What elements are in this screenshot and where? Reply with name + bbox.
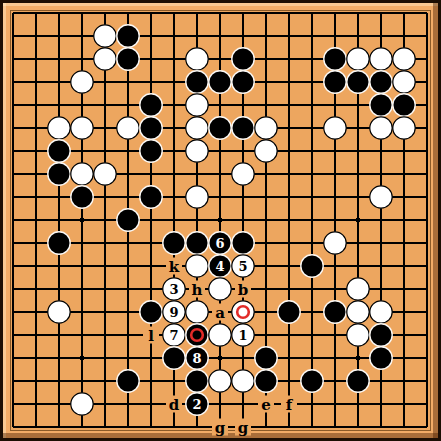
black-stone <box>232 117 254 139</box>
black-stone <box>48 140 70 162</box>
black-stone <box>370 347 392 369</box>
white-stone <box>347 301 369 323</box>
white-stone <box>71 393 93 415</box>
letter-label: g <box>215 419 226 437</box>
move-number: 7 <box>169 328 178 343</box>
black-stone <box>163 232 185 254</box>
black-stone <box>393 94 415 116</box>
move-number: 3 <box>169 282 178 297</box>
white-stone <box>232 163 254 185</box>
black-stone <box>140 140 162 162</box>
white-stone <box>232 370 254 392</box>
letter-label: e <box>261 396 271 414</box>
black-stone <box>186 324 208 346</box>
black-stone <box>140 301 162 323</box>
white-stone <box>209 324 231 346</box>
black-stone <box>232 48 254 70</box>
black-stone <box>48 163 70 185</box>
white-stone <box>186 301 208 323</box>
black-stone <box>117 25 139 47</box>
white-stone <box>186 140 208 162</box>
black-stone <box>232 232 254 254</box>
white-stone <box>186 94 208 116</box>
black-stone <box>370 94 392 116</box>
frame-bevel-right <box>433 3 438 438</box>
letter-label: b <box>238 281 249 299</box>
white-stone <box>71 71 93 93</box>
white-stone <box>48 301 70 323</box>
white-stone <box>347 278 369 300</box>
white-stone <box>347 324 369 346</box>
star-point <box>356 356 360 360</box>
white-stone <box>324 117 346 139</box>
letter-label: g <box>238 419 249 437</box>
letter-label: d <box>169 396 180 414</box>
white-stone <box>71 163 93 185</box>
go-board: 123456789abdefgghkl <box>0 0 441 441</box>
white-stone <box>117 117 139 139</box>
black-stone <box>255 370 277 392</box>
move-number: 1 <box>238 328 247 343</box>
white-stone <box>393 71 415 93</box>
black-stone <box>209 71 231 93</box>
black-stone <box>370 324 392 346</box>
white-stone <box>370 186 392 208</box>
move-number: 6 <box>215 236 224 251</box>
black-stone <box>209 117 231 139</box>
black-stone <box>301 255 323 277</box>
white-stone <box>71 117 93 139</box>
white-stone <box>370 117 392 139</box>
white-stone <box>209 278 231 300</box>
star-point <box>80 218 84 222</box>
star-point <box>218 218 222 222</box>
move-number: 4 <box>215 259 224 274</box>
star-point <box>80 356 84 360</box>
white-stone <box>255 117 277 139</box>
black-stone <box>301 370 323 392</box>
black-stone <box>347 71 369 93</box>
black-stone <box>347 370 369 392</box>
black-stone <box>324 71 346 93</box>
move-number: 8 <box>192 351 201 366</box>
white-stone <box>94 25 116 47</box>
black-stone <box>232 71 254 93</box>
black-stone <box>278 301 300 323</box>
move-number: 2 <box>192 397 201 412</box>
letter-label: a <box>215 304 225 322</box>
white-stone <box>94 163 116 185</box>
white-stone <box>347 48 369 70</box>
letter-label: h <box>192 281 203 299</box>
frame-bevel-left <box>3 3 6 438</box>
white-stone <box>324 232 346 254</box>
black-stone <box>117 48 139 70</box>
black-stone <box>186 370 208 392</box>
white-stone <box>393 117 415 139</box>
black-stone <box>140 117 162 139</box>
white-stone <box>370 48 392 70</box>
white-stone <box>186 186 208 208</box>
black-stone <box>140 94 162 116</box>
white-stone <box>186 117 208 139</box>
black-stone <box>163 347 185 369</box>
black-stone <box>324 48 346 70</box>
star-point <box>356 218 360 222</box>
white-stone <box>255 140 277 162</box>
white-stone <box>370 301 392 323</box>
move-number: 9 <box>169 305 178 320</box>
letter-label: k <box>169 258 180 276</box>
letter-label: l <box>148 327 154 345</box>
white-stone <box>393 48 415 70</box>
black-stone <box>370 71 392 93</box>
move-number: 5 <box>238 259 247 274</box>
white-stone <box>94 48 116 70</box>
frame-bevel-top <box>3 3 438 6</box>
black-stone <box>48 232 70 254</box>
white-stone <box>48 117 70 139</box>
go-board-diagram: 123456789abdefgghkl <box>0 0 441 441</box>
black-stone <box>186 71 208 93</box>
white-stone <box>232 301 254 323</box>
white-stone <box>209 370 231 392</box>
black-stone <box>117 370 139 392</box>
star-point <box>218 356 222 360</box>
black-stone <box>255 347 277 369</box>
black-stone <box>71 186 93 208</box>
black-stone <box>117 209 139 231</box>
black-stone <box>324 301 346 323</box>
white-stone <box>186 255 208 277</box>
white-stone <box>186 48 208 70</box>
black-stone <box>186 232 208 254</box>
black-stone <box>140 186 162 208</box>
